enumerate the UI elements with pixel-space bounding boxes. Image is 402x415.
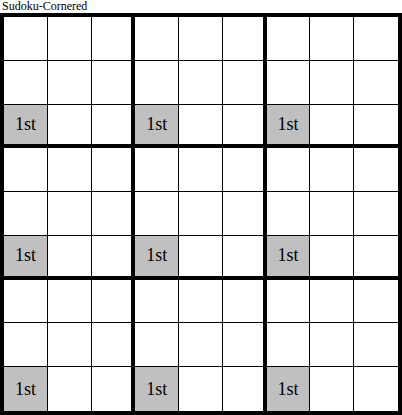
cell-r3c9[interactable] — [354, 105, 398, 149]
cell-r9c9[interactable] — [354, 367, 398, 411]
cell-r8c5[interactable] — [179, 323, 223, 367]
cell-r6c2[interactable] — [48, 236, 92, 280]
shaded-corner-cell-r3c7[interactable]: 1st — [267, 105, 311, 149]
cell-r8c4[interactable] — [135, 323, 179, 367]
cell-r4c6[interactable] — [223, 148, 267, 192]
shaded-corner-cell-r6c7[interactable]: 1st — [267, 236, 311, 280]
cell-r1c2[interactable] — [48, 17, 92, 61]
shaded-corner-cell-r9c4[interactable]: 1st — [135, 367, 179, 411]
cell-r4c5[interactable] — [179, 148, 223, 192]
cell-r2c5[interactable] — [179, 61, 223, 105]
cell-r5c3[interactable] — [92, 192, 136, 236]
shaded-corner-cell-r9c7[interactable]: 1st — [267, 367, 311, 411]
cell-r1c5[interactable] — [179, 17, 223, 61]
cell-r8c8[interactable] — [310, 323, 354, 367]
cell-r1c9[interactable] — [354, 17, 398, 61]
cell-r6c6[interactable] — [223, 236, 267, 280]
cell-r7c4[interactable] — [135, 280, 179, 324]
shaded-corner-cell-r9c1[interactable]: 1st — [4, 367, 48, 411]
cell-r2c2[interactable] — [48, 61, 92, 105]
cell-r5c1[interactable] — [4, 192, 48, 236]
cell-r2c6[interactable] — [223, 61, 267, 105]
cell-r9c2[interactable] — [48, 367, 92, 411]
cell-r7c8[interactable] — [310, 280, 354, 324]
cell-r8c6[interactable] — [223, 323, 267, 367]
cell-r7c6[interactable] — [223, 280, 267, 324]
cell-r9c8[interactable] — [310, 367, 354, 411]
cell-r7c7[interactable] — [267, 280, 311, 324]
cell-r7c1[interactable] — [4, 280, 48, 324]
cell-r6c3[interactable] — [92, 236, 136, 280]
cell-r1c8[interactable] — [310, 17, 354, 61]
cell-r2c8[interactable] — [310, 61, 354, 105]
cell-r1c1[interactable] — [4, 17, 48, 61]
cell-r5c8[interactable] — [310, 192, 354, 236]
cell-r8c7[interactable] — [267, 323, 311, 367]
cell-r2c3[interactable] — [92, 61, 136, 105]
cell-r5c9[interactable] — [354, 192, 398, 236]
cell-r3c5[interactable] — [179, 105, 223, 149]
cell-r3c8[interactable] — [310, 105, 354, 149]
cell-r9c3[interactable] — [92, 367, 136, 411]
cell-r6c8[interactable] — [310, 236, 354, 280]
cell-r4c8[interactable] — [310, 148, 354, 192]
cell-r3c2[interactable] — [48, 105, 92, 149]
cell-r5c5[interactable] — [179, 192, 223, 236]
shaded-corner-cell-r6c1[interactable]: 1st — [4, 236, 48, 280]
cell-r4c7[interactable] — [267, 148, 311, 192]
cell-r8c3[interactable] — [92, 323, 136, 367]
cell-r8c9[interactable] — [354, 323, 398, 367]
cell-r4c2[interactable] — [48, 148, 92, 192]
cell-r1c3[interactable] — [92, 17, 136, 61]
cell-r6c9[interactable] — [354, 236, 398, 280]
shaded-corner-cell-r6c4[interactable]: 1st — [135, 236, 179, 280]
sudoku-board: 1st1st1st1st1st1st1st1st1st — [0, 13, 402, 415]
cell-r8c1[interactable] — [4, 323, 48, 367]
cell-r2c4[interactable] — [135, 61, 179, 105]
cell-r1c6[interactable] — [223, 17, 267, 61]
cell-r4c9[interactable] — [354, 148, 398, 192]
shaded-corner-cell-r3c4[interactable]: 1st — [135, 105, 179, 149]
cell-r6c5[interactable] — [179, 236, 223, 280]
shaded-corner-cell-r3c1[interactable]: 1st — [4, 105, 48, 149]
cell-r4c3[interactable] — [92, 148, 136, 192]
cell-r4c4[interactable] — [135, 148, 179, 192]
cell-r7c3[interactable] — [92, 280, 136, 324]
cell-r1c4[interactable] — [135, 17, 179, 61]
page-title: Sudoku-Cornered — [0, 0, 402, 13]
cell-r9c5[interactable] — [179, 367, 223, 411]
cell-r3c6[interactable] — [223, 105, 267, 149]
cell-r2c1[interactable] — [4, 61, 48, 105]
cell-r1c7[interactable] — [267, 17, 311, 61]
cell-r2c7[interactable] — [267, 61, 311, 105]
cell-r2c9[interactable] — [354, 61, 398, 105]
cell-r7c9[interactable] — [354, 280, 398, 324]
cell-r3c3[interactable] — [92, 105, 136, 149]
cell-r5c6[interactable] — [223, 192, 267, 236]
cell-r7c5[interactable] — [179, 280, 223, 324]
cell-r4c1[interactable] — [4, 148, 48, 192]
cell-r5c4[interactable] — [135, 192, 179, 236]
cell-r8c2[interactable] — [48, 323, 92, 367]
cell-r5c2[interactable] — [48, 192, 92, 236]
cell-r9c6[interactable] — [223, 367, 267, 411]
cell-r5c7[interactable] — [267, 192, 311, 236]
cell-r7c2[interactable] — [48, 280, 92, 324]
